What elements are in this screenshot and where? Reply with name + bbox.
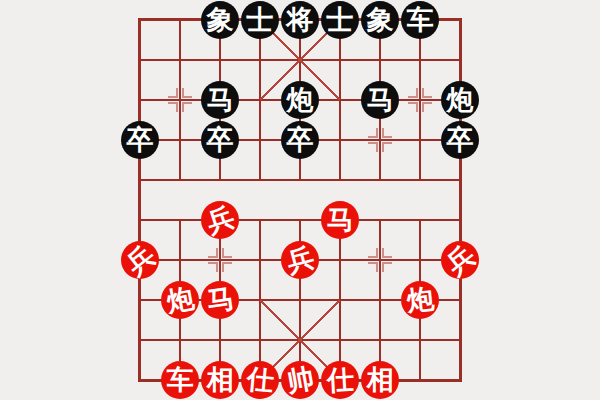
black-cannon-glyph: 炮	[287, 81, 314, 119]
point-marker-corner	[382, 248, 392, 258]
point-marker	[408, 88, 432, 112]
point-marker	[168, 88, 192, 112]
point-marker-corner	[382, 262, 392, 272]
black-horse[interactable]: 马	[201, 81, 239, 119]
point-marker-corner	[368, 142, 378, 152]
red-elephant-glyph: 相	[207, 361, 234, 399]
black-elephant-glyph: 象	[207, 1, 234, 39]
point-marker	[208, 248, 232, 272]
black-horse[interactable]: 马	[361, 81, 399, 119]
black-elephant-glyph: 象	[367, 1, 394, 39]
point-marker-corner	[208, 248, 218, 258]
grid-line-vertical	[379, 220, 381, 380]
red-soldier[interactable]: 兵	[201, 201, 239, 239]
red-cannon[interactable]: 炮	[161, 281, 199, 319]
black-soldier[interactable]: 卒	[121, 121, 159, 159]
point-marker-corner	[182, 88, 192, 98]
black-cannon-glyph: 炮	[447, 81, 474, 119]
point-marker-corner	[368, 248, 378, 258]
black-advisor[interactable]: 士	[241, 1, 279, 39]
point-marker-corner	[382, 142, 392, 152]
red-general-glyph: 帅	[283, 359, 316, 400]
red-advisor-glyph: 仕	[245, 360, 275, 400]
xiangqi-app-screen: 象士将士象车马炮马炮卒卒卒卒兵马兵兵兵炮马炮车相仕帅仕相	[0, 0, 600, 400]
black-cannon[interactable]: 炮	[441, 81, 479, 119]
black-soldier[interactable]: 卒	[201, 121, 239, 159]
point-marker-corner	[182, 102, 192, 112]
black-advisor-glyph: 士	[247, 1, 274, 39]
point-marker-corner	[368, 128, 378, 138]
red-horse[interactable]: 马	[201, 281, 239, 319]
point-marker-corner	[422, 88, 432, 98]
point-marker	[368, 128, 392, 152]
point-marker-corner	[222, 248, 232, 258]
point-marker-corner	[408, 88, 418, 98]
red-chariot-glyph: 车	[167, 361, 194, 399]
black-soldier[interactable]: 卒	[441, 121, 479, 159]
black-chariot[interactable]: 车	[401, 1, 439, 39]
point-marker-corner	[368, 262, 378, 272]
black-soldier[interactable]: 卒	[281, 121, 319, 159]
red-horse[interactable]: 马	[321, 201, 359, 239]
point-marker	[368, 248, 392, 272]
black-advisor[interactable]: 士	[321, 1, 359, 39]
red-elephant[interactable]: 相	[361, 361, 399, 399]
red-soldier[interactable]: 兵	[121, 241, 159, 279]
point-marker-corner	[168, 102, 178, 112]
point-marker-corner	[382, 128, 392, 138]
red-chariot[interactable]: 车	[161, 361, 199, 399]
black-elephant[interactable]: 象	[361, 1, 399, 39]
black-general[interactable]: 将	[281, 1, 319, 39]
red-cannon-glyph: 炮	[405, 280, 436, 321]
point-marker-corner	[222, 262, 232, 272]
black-soldier-glyph: 卒	[127, 121, 154, 159]
red-advisor[interactable]: 仕	[321, 361, 359, 399]
black-general-glyph: 将	[287, 1, 314, 39]
red-cannon[interactable]: 炮	[401, 281, 439, 319]
red-advisor[interactable]: 仕	[241, 361, 279, 399]
red-elephant-glyph: 相	[367, 361, 394, 399]
point-marker-corner	[168, 88, 178, 98]
black-chariot-glyph: 车	[407, 1, 434, 39]
red-general[interactable]: 帅	[281, 361, 319, 399]
point-marker-corner	[208, 262, 218, 272]
black-soldier-glyph: 卒	[447, 121, 474, 159]
red-soldier[interactable]: 兵	[441, 241, 479, 279]
black-horse-glyph: 马	[367, 81, 394, 119]
red-horse-glyph: 马	[327, 201, 354, 239]
point-marker-corner	[422, 102, 432, 112]
red-elephant[interactable]: 相	[201, 361, 239, 399]
black-elephant[interactable]: 象	[201, 1, 239, 39]
red-soldier[interactable]: 兵	[281, 241, 319, 279]
black-horse-glyph: 马	[207, 81, 234, 119]
point-marker-corner	[408, 102, 418, 112]
black-soldier-glyph: 卒	[287, 121, 314, 159]
red-advisor-glyph: 仕	[326, 360, 355, 399]
black-cannon[interactable]: 炮	[281, 81, 319, 119]
red-cannon-glyph: 炮	[163, 279, 196, 321]
black-advisor-glyph: 士	[327, 1, 354, 39]
black-soldier-glyph: 卒	[207, 121, 234, 159]
red-horse-glyph: 马	[204, 279, 236, 320]
